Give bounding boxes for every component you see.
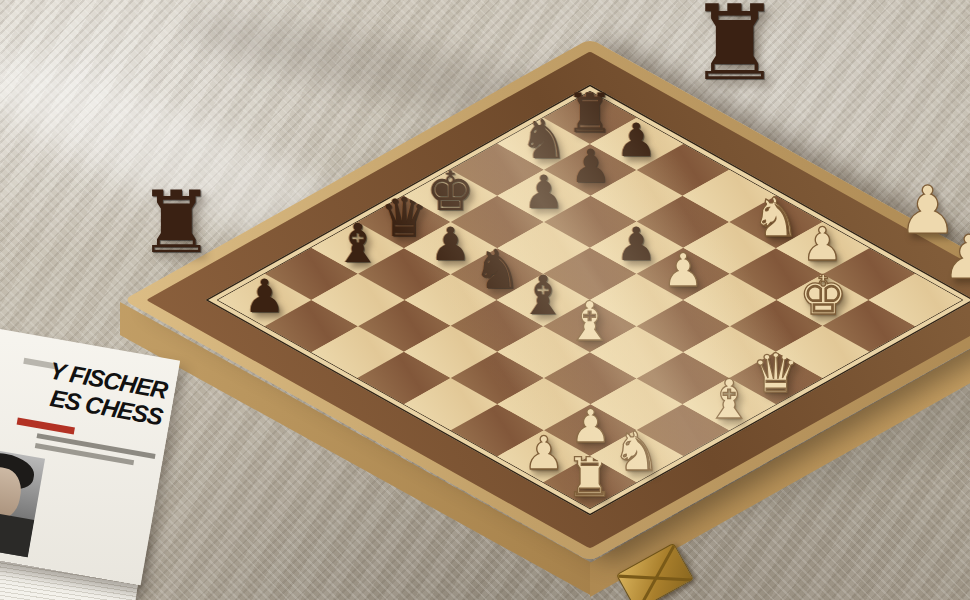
author-photo — [0, 445, 45, 557]
author-suit — [0, 506, 34, 557]
off-board-dark-rook-left-corner: ♜ — [138, 172, 215, 272]
off-board-light-pawn-edge-cut: ♟ — [942, 222, 970, 292]
off-board-dark-rook-on-fabric: ♜ — [688, 0, 781, 104]
book-title: Y FISCHER ES CHESS — [43, 357, 169, 431]
book-red-text-bar — [17, 418, 75, 435]
